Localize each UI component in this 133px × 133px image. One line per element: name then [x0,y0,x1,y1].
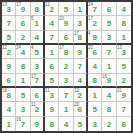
cell-r1c6[interactable]: 1 [74,2,88,16]
cage-sum-label: 24 [88,2,93,7]
cell-r7c2[interactable]: 5 [16,88,30,102]
cell-r6c2[interactable]: 1 [16,74,30,88]
digit: 7 [6,18,10,28]
digit: 3 [92,119,96,129]
digit: 7 [64,90,68,100]
cage-sum-label: 24 [16,45,21,50]
digit: 5 [21,90,25,100]
digit: 4 [92,61,96,71]
digit: 9 [35,119,39,129]
digit: 8 [35,4,39,14]
cell-r5c7[interactable]: 4 [88,59,102,73]
cell-r2c1[interactable]: 7 [2,16,16,30]
digit: 1 [35,18,39,28]
digit: 5 [78,119,82,129]
cell-r8c4[interactable]: 9 [45,102,59,116]
digit: 4 [21,47,25,57]
digit: 4 [64,119,68,129]
cell-r6c5[interactable]: 3 [59,74,73,88]
digit: 6 [49,61,53,71]
cell-r1c2[interactable]: 179 [16,2,30,16]
cell-r3c2[interactable]: 2 [16,31,30,45]
cell-r4c7[interactable]: 206 [88,45,102,59]
cage-sum-label: 17 [31,74,36,79]
cell-r3c7[interactable]: 49 [88,31,102,45]
cell-r2c5[interactable]: 209 [59,16,73,30]
cage-sum-label: 16 [16,117,21,122]
cell-r5c6[interactable]: 7 [74,59,88,73]
cell-r9c7[interactable]: 3 [88,117,102,131]
cell-r9c2[interactable]: 167 [16,117,30,131]
cage-sum-label: 11 [45,88,50,93]
digit: 8 [92,75,96,85]
digit: 8 [64,47,68,57]
digit: 1 [78,4,82,14]
cage-sum-label: 12 [74,88,79,93]
cell-r1c4[interactable]: 112 [45,2,59,16]
digit: 3 [49,90,53,100]
digit: 1 [107,61,111,71]
digit: 4 [49,18,53,28]
digit: 1 [21,75,25,85]
digit: 9 [78,47,82,57]
digit: 8 [49,119,53,129]
digit: 5 [64,4,68,14]
digit: 9 [6,61,10,71]
cell-r3c1[interactable]: 5 [2,31,16,45]
cell-r9c6[interactable]: 5 [74,117,88,131]
cell-r5c8[interactable]: 1 [102,59,116,73]
cell-r4c3[interactable]: 45 [31,45,45,59]
cell-r5c9[interactable]: 5 [117,59,131,73]
cell-r1c1[interactable]: 133 [2,2,16,16]
cell-r7c9[interactable]: 219 [117,88,131,102]
digit: 7 [78,61,82,71]
cell-r3c5[interactable]: 6 [59,31,73,45]
cage-sum-label: 11 [45,2,50,7]
digit: 4 [35,32,39,42]
cage-sum-label: 17 [59,45,64,50]
cell-r1c9[interactable]: 4 [117,2,131,16]
cage-sum-label: 20 [74,102,79,107]
cell-r2c9[interactable]: 8 [117,16,131,30]
cell-r3c6[interactable]: 178 [74,31,88,45]
cell-r1c8[interactable]: 6 [102,2,116,16]
cell-r9c1[interactable]: 1 [2,117,16,131]
cell-r8c6[interactable]: 206 [74,102,88,116]
digit: 4 [122,4,126,14]
cell-r4c8[interactable]: 7 [102,45,116,59]
digit: 2 [122,75,126,85]
cell-r8c1[interactable]: 4 [2,102,16,116]
cell-r3c9[interactable]: 1 [117,31,131,45]
digit: 8 [21,61,25,71]
digit: 3 [107,32,111,42]
cell-r8c9[interactable]: 7 [117,102,131,116]
digit: 4 [78,75,82,85]
digit: 2 [64,61,68,71]
cell-r4c1[interactable]: 122 [2,45,16,59]
digit: 5 [107,18,111,28]
cage-sum-label: 17 [16,2,21,7]
cage-sum-label: 5 [31,16,34,21]
digit: 4 [6,104,10,114]
digit: 7 [122,104,126,114]
digit: 2 [49,4,53,14]
cage-sum-label: 4 [31,45,34,50]
cell-r2c7[interactable]: 172 [88,16,102,30]
cage-sum-label: 17 [74,31,79,36]
cage-sum-label: 20 [59,16,64,21]
cell-r6c6[interactable]: 4 [74,74,88,88]
cell-r7c5[interactable]: 7 [59,88,73,102]
digit: 9 [64,18,68,28]
cell-r7c1[interactable]: 188 [2,88,16,102]
digit: 7 [21,119,25,129]
cell-r4c4[interactable]: 1 [45,45,59,59]
digit: 1 [92,90,96,100]
digit: 1 [6,119,10,129]
cell-r2c6[interactable]: 3 [74,16,88,30]
sudoku-board: 1331798112512476476514209317258524761784… [0,0,133,133]
cage-sum-label: 13 [2,2,7,7]
digit: 6 [21,18,25,28]
digit: 3 [122,47,126,57]
cell-r5c5[interactable]: 2 [59,59,73,73]
digit: 6 [6,75,10,85]
cell-r3c8[interactable]: 3 [102,31,116,45]
cage-sum-label: 11 [31,102,36,107]
cage-sum-label: 12 [2,45,7,50]
cell-r6c3[interactable]: 177 [31,74,45,88]
cell-r9c9[interactable]: 6 [117,117,131,131]
cell-r5c4[interactable]: 6 [45,59,59,73]
cell-r7c7[interactable]: 1 [88,88,102,102]
cell-r4c5[interactable]: 178 [59,45,73,59]
cell-r7c8[interactable]: 4 [102,88,116,102]
digit: 7 [49,32,53,42]
cell-r9c5[interactable]: 4 [59,117,73,131]
cell-r3c4[interactable]: 7 [45,31,59,45]
digit: 4 [107,90,111,100]
digit: 2 [107,119,111,129]
digit: 6 [64,32,68,42]
cell-r6c1[interactable]: 6 [2,74,16,88]
cell-r8c3[interactable]: 112 [31,102,45,116]
cell-r4c6[interactable]: 9 [74,45,88,59]
digit: 9 [92,32,96,42]
digit: 5 [6,32,10,42]
digit: 3 [78,18,82,28]
cell-r6c8[interactable]: 169 [102,74,116,88]
cell-r6c9[interactable]: 2 [117,74,131,88]
digit: 3 [35,61,39,71]
cell-r6c7[interactable]: 8 [88,74,102,88]
cell-r5c2[interactable]: 8 [16,59,30,73]
cell-r2c8[interactable]: 5 [102,16,116,30]
digit: 3 [21,104,25,114]
digit: 5 [92,104,96,114]
digit: 1 [64,104,68,114]
cage-sum-label: 20 [88,45,93,50]
cell-r7c3[interactable]: 6 [31,88,45,102]
cell-r5c3[interactable]: 3 [31,59,45,73]
cell-r4c2[interactable]: 244 [16,45,30,59]
cage-sum-label: 18 [2,88,7,93]
cell-r1c5[interactable]: 5 [59,2,73,16]
digit: 8 [122,18,126,28]
cell-r2c4[interactable]: 4 [45,16,59,30]
cell-r4c9[interactable]: 133 [117,45,131,59]
cell-r8c7[interactable]: 5 [88,102,102,116]
cell-r8c2[interactable]: 3 [16,102,30,116]
cell-r9c3[interactable]: 9 [31,117,45,131]
cell-r8c5[interactable]: 1 [59,102,73,116]
cage-sum-label: 4 [88,31,91,36]
digit: 3 [64,75,68,85]
digit: 6 [122,119,126,129]
digit: 9 [122,90,126,100]
cell-r9c4[interactable]: 8 [45,117,59,131]
digit: 9 [21,4,25,14]
digit: 2 [21,32,25,42]
cell-r5c1[interactable]: 9 [2,59,16,73]
digit: 1 [122,32,126,42]
digit: 5 [49,75,53,85]
cell-r1c7[interactable]: 247 [88,2,102,16]
digit: 9 [49,104,53,114]
cage-sum-label: 13 [117,45,122,50]
digit: 7 [107,47,111,57]
cage-sum-label: 21 [117,88,122,93]
digit: 9 [107,75,111,85]
digit: 6 [107,4,111,14]
cell-r3c3[interactable]: 4 [31,31,45,45]
cell-r9c8[interactable]: 2 [102,117,116,131]
digit: 6 [35,90,39,100]
digit: 1 [49,47,53,57]
cell-r2c2[interactable]: 6 [16,16,30,30]
digit: 5 [122,61,126,71]
digit: 8 [107,104,111,114]
digit: 5 [35,47,39,57]
cage-sum-label: 17 [88,16,93,21]
cell-r6c4[interactable]: 5 [45,74,59,88]
cell-r1c3[interactable]: 8 [31,2,45,16]
cell-r7c6[interactable]: 122 [74,88,88,102]
cell-r2c3[interactable]: 51 [31,16,45,30]
cell-r7c4[interactable]: 113 [45,88,59,102]
cage-sum-label: 16 [102,74,107,79]
cell-r8c8[interactable]: 8 [102,102,116,116]
